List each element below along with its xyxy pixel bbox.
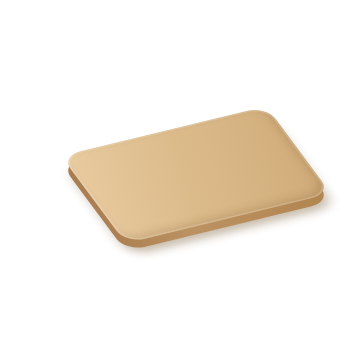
- pieces-layer: [0, 0, 350, 350]
- scene: [0, 0, 350, 350]
